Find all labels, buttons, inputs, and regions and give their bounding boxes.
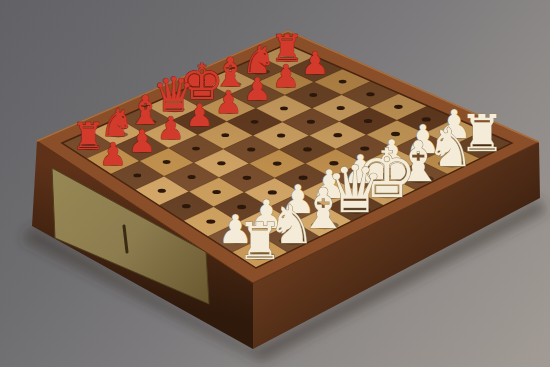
peg-hole: [334, 133, 343, 137]
peg-hole: [394, 105, 403, 109]
peg-hole: [251, 120, 259, 124]
piece-red-pawn-f7: ♟: [243, 71, 271, 107]
peg-hole: [217, 161, 225, 165]
piece-red-pawn-a7: ♟: [99, 136, 127, 172]
piece-glyph: ♟: [156, 110, 184, 146]
piece-white-rook-a1: ♜: [237, 212, 282, 271]
peg-hole: [247, 147, 255, 151]
peg-hole: [277, 134, 285, 138]
peg-hole: [273, 162, 282, 166]
piece-glyph: ♟: [301, 45, 329, 81]
photo-scene: ♜♞♟♝♟♚♟♛♟♝♟♞♟♟♜♜♟♟♟♞♟♝♟♚♟♛♟♝♟♟♞♜: [0, 0, 550, 367]
piece-glyph: ♟: [243, 71, 271, 107]
peg-hole: [158, 189, 166, 193]
piece-red-pawn-g7: ♟: [272, 58, 300, 94]
piece-glyph: ♟: [272, 58, 300, 94]
peg-hole: [182, 204, 191, 208]
peg-hole: [188, 175, 196, 179]
piece-red-pawn-e7: ♟: [214, 84, 242, 120]
piece-red-pawn-c7: ♟: [156, 110, 184, 146]
peg-hole: [307, 120, 315, 124]
peg-hole: [206, 219, 215, 223]
piece-red-pawn-h7: ♟: [301, 45, 329, 81]
peg-hole: [364, 119, 373, 123]
peg-hole: [192, 147, 200, 151]
piece-glyph: ♟: [128, 123, 156, 159]
piece-red-pawn-b7: ♟: [128, 123, 156, 159]
peg-hole: [243, 176, 252, 180]
piece-glyph: ♟: [99, 136, 127, 172]
peg-hole: [337, 106, 345, 110]
peg-hole: [221, 133, 229, 137]
piece-glyph: ♜: [237, 212, 282, 271]
peg-hole: [339, 80, 347, 84]
piece-glyph: ♟: [214, 84, 242, 120]
peg-hole: [366, 92, 374, 96]
peg-hole: [303, 147, 312, 151]
peg-hole: [309, 93, 317, 97]
piece-red-pawn-d7: ♟: [185, 97, 213, 133]
chess-travel-set: ♜♞♟♝♟♚♟♛♟♝♟♞♟♟♜♜♟♟♟♞♟♝♟♚♟♛♟♝♟♟♞♜: [0, 0, 550, 367]
peg-hole: [163, 160, 171, 164]
peg-hole: [280, 107, 288, 111]
peg-hole: [133, 174, 141, 178]
piece-glyph: ♟: [185, 97, 213, 133]
peg-hole: [212, 190, 221, 194]
